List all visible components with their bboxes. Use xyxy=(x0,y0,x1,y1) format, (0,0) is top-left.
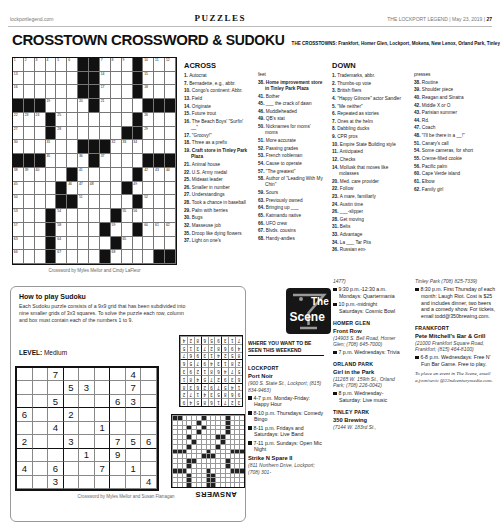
xw-cell-number: 28 xyxy=(57,127,61,131)
xw-cell-number: 56 xyxy=(133,209,137,213)
xw-cell xyxy=(111,168,122,182)
xw-cell: 58 xyxy=(56,223,67,237)
xw-cell xyxy=(182,434,187,439)
sudoku-cell: 6 xyxy=(201,336,208,344)
xw-cell xyxy=(177,463,182,468)
clue-line: 1. Autocrat xyxy=(184,73,250,79)
xw-cell: 35 xyxy=(46,154,57,168)
xw-cell xyxy=(239,453,244,458)
xw-cell xyxy=(78,72,89,86)
xw-cell xyxy=(225,439,230,444)
sudoku-cell: 5 xyxy=(228,352,235,360)
scene-column-1: LOCKPORTPort Noir(900 S. State St., Lock… xyxy=(248,360,324,476)
xw-cell xyxy=(133,237,144,251)
across-clue-list-1: 1. Autocrat7. Bernadette, e.g., abbr.10.… xyxy=(184,73,250,245)
square-bullet-icon xyxy=(333,351,337,355)
scene-venue: Front Row xyxy=(333,328,403,334)
xw-cell xyxy=(35,237,46,251)
xw-cell xyxy=(230,477,235,482)
xw-cell: 24 xyxy=(35,113,46,127)
xw-cell xyxy=(111,127,122,141)
xw-cell xyxy=(143,154,154,168)
xw-cell xyxy=(182,429,187,434)
scene-city: FRANKFORT xyxy=(415,325,499,331)
scene-addr: 1477) xyxy=(333,278,403,285)
xw-cell: 66 xyxy=(13,250,24,264)
sudoku-cell: 4 xyxy=(214,352,221,360)
xw-cell xyxy=(172,429,177,434)
xw-cell xyxy=(239,468,244,473)
sudoku-cell: 1 xyxy=(228,336,235,344)
xw-cell xyxy=(177,444,182,449)
xw-cell xyxy=(225,468,230,473)
clue-line: 49. QB's stat xyxy=(258,116,324,122)
sudoku-cell xyxy=(33,381,49,394)
xw-cell xyxy=(206,425,211,430)
xw-cell xyxy=(182,458,187,463)
sudoku-cell: 7 xyxy=(201,344,208,352)
sudoku-cell xyxy=(64,395,80,408)
xw-cell xyxy=(143,237,154,251)
xw-cell-number: 50 xyxy=(14,195,18,199)
clue-line: 53. French nobleman xyxy=(258,153,324,159)
clue-line: 11. Anticipated xyxy=(332,149,404,155)
xw-cell xyxy=(67,195,78,209)
page-number: 27 xyxy=(486,16,492,22)
xw-cell xyxy=(191,468,196,473)
sudoku-cell: 5 xyxy=(221,383,228,391)
square-bullet-icon xyxy=(248,396,252,400)
xw-cell-number: 10 xyxy=(144,58,148,62)
scene-event: 9:30 p.m.-12:30 a.m. Mondays: Quarterman… xyxy=(333,286,403,300)
down-clue-list-1: 1. Trademarks, abbr.2. Thumbs-up vote3. … xyxy=(332,73,404,254)
scene-tagline: WHERE YOU WANT TO BE SEEN THIS WEEKEND xyxy=(248,340,324,353)
sudoku-cell: 3 xyxy=(201,352,208,360)
square-bullet-icon xyxy=(333,392,337,396)
sudoku-cell: 9 xyxy=(214,336,221,344)
xw-cell-number: 63 xyxy=(14,237,18,241)
xw-cell: 13 xyxy=(13,72,24,86)
scene-event: 8 p.m. Wednesday-Saturday: Live music xyxy=(333,390,403,404)
xw-cell xyxy=(239,473,244,478)
xw-cell-number: 40 xyxy=(36,168,40,172)
clue-line: 40. Reagan and Sinatra xyxy=(414,95,494,101)
scene-event: 4-7 p.m. Monday-Friday: Happy Hour xyxy=(248,395,324,409)
xw-cell xyxy=(191,415,196,420)
xw-cell xyxy=(220,468,225,473)
xw-cell xyxy=(35,140,46,154)
xw-cell-number: 19 xyxy=(46,99,50,103)
xw-cell xyxy=(239,420,244,425)
xw-cell xyxy=(177,477,182,482)
xw-cell xyxy=(24,195,35,209)
xw-cell: 60 xyxy=(143,223,154,237)
xw-cell xyxy=(67,85,78,99)
xw-cell xyxy=(24,154,35,168)
xw-cell-number: 18 xyxy=(144,85,148,89)
xw-cell-number: 21 xyxy=(101,99,105,103)
sudoku-cell: 2 xyxy=(180,390,187,398)
clue-line: 7. Ones at the helm xyxy=(332,119,404,125)
xw-cell xyxy=(78,250,89,264)
xw-cell xyxy=(196,468,201,473)
xw-cell xyxy=(111,99,122,113)
xw-cell xyxy=(122,85,133,99)
scene-addr: Tinley Park (708) 825-7339) xyxy=(415,278,499,285)
xw-cell xyxy=(182,468,187,473)
xw-cell xyxy=(215,468,220,473)
sudoku-cell xyxy=(126,449,142,462)
sudoku-cell xyxy=(126,422,142,435)
sudoku-cell: 1 xyxy=(201,367,208,375)
xw-cell: 21 xyxy=(100,99,111,113)
sudoku-cell: 3 xyxy=(187,383,194,391)
xw-cell xyxy=(234,463,239,468)
sudoku-cell: 2 xyxy=(228,398,235,406)
crossword-solution-grid xyxy=(171,414,245,488)
scene-city: LOCKPORT xyxy=(248,365,324,371)
xw-cell xyxy=(220,444,225,449)
clue-line: 46. Muddleheaded xyxy=(258,109,324,115)
xw-cell xyxy=(239,434,244,439)
xw-cell xyxy=(201,468,206,473)
sudoku-cell xyxy=(110,408,126,421)
sudoku-cell xyxy=(48,408,64,421)
xw-cell xyxy=(201,420,206,425)
sudoku-cell: 2 xyxy=(208,344,215,352)
sudoku-cell: 4 xyxy=(126,368,142,381)
xw-cell xyxy=(35,99,46,113)
xw-cell: 48 xyxy=(89,182,100,196)
xw-cell-number: 2 xyxy=(25,58,27,62)
scene-event: 6-8 p.m. Wednesdays: Free N' Fun Bar Gam… xyxy=(415,354,499,368)
sudoku-cell: 3 xyxy=(64,435,80,448)
xw-cell xyxy=(239,482,244,487)
xw-cell-number: 30 xyxy=(14,140,18,144)
xw-cell xyxy=(201,415,206,420)
xw-cell xyxy=(239,463,244,468)
sudoku-cell: 4 xyxy=(194,375,201,383)
xw-cell-number: 27 xyxy=(14,127,18,131)
sudoku-cell: 3 xyxy=(126,395,142,408)
xw-cell xyxy=(177,458,182,463)
scene-addr: (7144 W. 183rd St., xyxy=(333,424,403,431)
sudoku-cell: 4 xyxy=(187,398,194,406)
clue-line: 56. Pacific palm xyxy=(414,164,494,170)
xw-cell xyxy=(111,237,122,251)
xw-cell xyxy=(154,154,165,168)
xw-cell xyxy=(186,468,191,473)
xw-cell xyxy=(191,477,196,482)
scene-event: 8:30 p.m. First Thursday of each month: … xyxy=(415,286,499,320)
sudoku-cell: 7 xyxy=(48,368,64,381)
xw-cell xyxy=(234,449,239,454)
xw-cell: 41 xyxy=(78,168,89,182)
xw-cell xyxy=(46,223,57,237)
xw-cell xyxy=(154,72,165,86)
clue-line: 65. Katmandu native xyxy=(258,213,324,219)
sudoku-cell xyxy=(17,368,33,381)
xw-cell-number: 42 xyxy=(144,168,148,172)
xw-cell-number: 8 xyxy=(112,58,114,62)
sudoku-cell: 1 xyxy=(79,449,95,462)
xw-cell: 33 xyxy=(122,140,133,154)
clue-line: 62. Family girl xyxy=(414,187,494,193)
sudoku-cell: 6 xyxy=(214,367,221,375)
scene-note: To place an event in The Scene, email a.… xyxy=(415,371,499,385)
xw-cell xyxy=(24,99,35,113)
xw-cell xyxy=(24,85,35,99)
xw-cell xyxy=(186,482,191,487)
xw-cell xyxy=(46,127,57,141)
xw-cell xyxy=(215,449,220,454)
sudoku-cell xyxy=(33,408,49,421)
xw-cell xyxy=(165,85,176,99)
headline-subtitle: & SUDOKU xyxy=(212,32,284,48)
xw-cell xyxy=(196,439,201,444)
sudoku-cell: 5 xyxy=(126,435,142,448)
xw-cell xyxy=(225,449,230,454)
xw-cell-number: 55 xyxy=(122,209,126,213)
xw-cell: 56 xyxy=(133,209,144,223)
xw-cell xyxy=(46,209,57,223)
xw-cell-number: 48 xyxy=(90,182,94,186)
clue-line: 26. ___-slipper xyxy=(332,209,404,215)
crossword-byline: Crossword by Myles Mellor and Cindy LaFl… xyxy=(12,268,177,273)
xw-cell xyxy=(122,99,133,113)
clue-line: 29. Palm with berries xyxy=(184,208,250,214)
clue-line: 51. Canary's call xyxy=(414,141,494,147)
xw-cell xyxy=(165,209,176,223)
xw-cell xyxy=(191,429,196,434)
xw-cell xyxy=(186,415,191,420)
xw-cell xyxy=(239,444,244,449)
xw-cell xyxy=(186,463,191,468)
xw-cell xyxy=(154,209,165,223)
clue-line: 58. Author of "Leading With My Chin" xyxy=(258,176,324,189)
xw-cell xyxy=(111,113,122,127)
xw-cell xyxy=(24,223,35,237)
xw-cell xyxy=(186,473,191,478)
xw-cell xyxy=(234,444,239,449)
xw-cell xyxy=(133,58,144,72)
xw-cell: 4 xyxy=(46,58,57,72)
sudoku-cell: 9 xyxy=(201,359,208,367)
xw-cell: 59 xyxy=(111,223,122,237)
xw-cell xyxy=(186,434,191,439)
xw-cell xyxy=(210,415,215,420)
xw-cell xyxy=(154,182,165,196)
scene-event: 10 p.m.-midnight Saturdays: Cosmic Bowl xyxy=(333,301,403,315)
sudoku-cell: 6 xyxy=(187,352,194,360)
xw-cell xyxy=(206,444,211,449)
xw-cell xyxy=(133,223,144,237)
xw-cell xyxy=(154,85,165,99)
xw-cell: 25 xyxy=(56,113,67,127)
xw-cell xyxy=(67,154,78,168)
xw-cell-number: 34 xyxy=(133,140,137,144)
xw-cell xyxy=(230,425,235,430)
xw-cell xyxy=(210,444,215,449)
sudoku-cell xyxy=(33,462,49,475)
xw-cell xyxy=(230,453,235,458)
level-value: Medium xyxy=(44,349,67,356)
xw-cell xyxy=(56,154,67,168)
clue-line: 44. Rd. xyxy=(414,118,494,124)
clue-line: 45. ___ the crack of dawn xyxy=(258,101,324,107)
xw-cell xyxy=(220,420,225,425)
xw-cell xyxy=(122,223,133,237)
xw-cell xyxy=(230,429,235,434)
xw-cell xyxy=(215,429,220,434)
xw-cell xyxy=(35,195,46,209)
xw-cell xyxy=(143,99,154,113)
sudoku-cell: 2 xyxy=(235,359,242,367)
xw-cell xyxy=(215,463,220,468)
xw-cell xyxy=(201,453,206,458)
xw-cell xyxy=(220,458,225,463)
logo-word-the: The xyxy=(311,296,329,307)
square-bullet-icon xyxy=(248,411,252,415)
xw-cell: 5 xyxy=(56,58,67,72)
sudoku-cell: 6 xyxy=(194,383,201,391)
clue-line: 48. "I'll be there in a __!" xyxy=(414,133,494,139)
sudoku-cell xyxy=(79,462,95,475)
xw-cell xyxy=(67,237,78,251)
xw-cell xyxy=(89,195,100,209)
clue-line: 14. Mollusk that moves like molasses xyxy=(332,165,404,178)
sudoku-cell xyxy=(79,368,95,381)
xw-cell-number: 38 xyxy=(14,168,18,172)
xw-cell-number: 39 xyxy=(25,168,29,172)
clue-line: 24. Austin time xyxy=(332,202,404,208)
xw-cell xyxy=(165,250,176,264)
xw-cell: 6 xyxy=(67,58,78,72)
sudoku-cell: 4 xyxy=(235,344,242,352)
section-title: PUZZLES xyxy=(195,13,247,23)
xw-cell xyxy=(239,439,244,444)
xw-cell xyxy=(206,458,211,463)
xw-cell: 15 xyxy=(143,72,154,86)
xw-cell: 45 xyxy=(13,182,24,196)
across-clues-column-2: feet38. Home improvement store in Tinley… xyxy=(258,72,324,244)
across-clue-list-2: feet38. Home improvement store in Tinley… xyxy=(258,72,324,242)
xw-cell xyxy=(172,439,177,444)
xw-cell xyxy=(100,127,111,141)
xw-cell xyxy=(215,425,220,430)
sudoku-cell xyxy=(141,462,157,475)
xw-cell xyxy=(191,420,196,425)
clue-line: 54. Some cameras, for short xyxy=(414,148,494,154)
square-bullet-icon xyxy=(333,303,337,307)
xw-cell-number: 61 xyxy=(155,223,159,227)
down-header: DOWN xyxy=(332,61,404,70)
scene-addr: (14903 S. Bell Road, Homer Glen; (708) 6… xyxy=(333,335,403,348)
xw-cell xyxy=(154,195,165,209)
xw-cell xyxy=(100,182,111,196)
clue-line: 13. Field xyxy=(184,96,250,102)
sudoku-cell xyxy=(79,476,95,489)
sudoku-cell xyxy=(95,449,111,462)
sudoku-cell: 1 xyxy=(208,352,215,360)
xw-cell-number: 7 xyxy=(101,58,103,62)
xw-cell xyxy=(220,434,225,439)
xw-cell xyxy=(111,195,122,209)
clue-line: 10. Empire State Building style xyxy=(332,142,404,148)
sudoku-cell: 2 xyxy=(64,408,80,421)
sudoku-cell xyxy=(64,462,80,475)
xw-cell xyxy=(24,209,35,223)
xw-cell-number: 45 xyxy=(14,182,18,186)
xw-cell xyxy=(196,463,201,468)
sudoku-cell: 9 xyxy=(235,390,242,398)
xw-cell xyxy=(100,237,111,251)
sudoku-cell: 9 xyxy=(228,344,235,352)
sudoku-cell xyxy=(33,395,49,408)
clue-line: 37. Light on one's xyxy=(184,238,250,244)
sudoku-cell: 6 xyxy=(221,344,228,352)
xw-cell xyxy=(172,468,177,473)
xw-cell xyxy=(165,113,176,127)
xw-cell xyxy=(100,209,111,223)
sudoku-cell: 2 xyxy=(214,375,221,383)
sudoku-cell xyxy=(126,408,142,421)
xw-cell xyxy=(186,458,191,463)
clue-line: 22. Follow xyxy=(332,186,404,192)
clue-line: 18. Three as a prefix xyxy=(184,140,250,146)
xw-cell xyxy=(234,482,239,487)
xw-cell xyxy=(206,477,211,482)
sudoku-cell: 8 xyxy=(187,375,194,383)
xw-cell xyxy=(225,458,230,463)
sudoku-cell: 6 xyxy=(17,408,33,421)
clue-line: 31. Belts xyxy=(332,224,404,230)
sudoku-cell: 6 xyxy=(48,462,64,475)
xw-cell-number: 65 xyxy=(122,237,126,241)
xw-cell: 9 xyxy=(122,58,133,72)
sudoku-cell xyxy=(33,368,49,381)
xw-cell xyxy=(201,434,206,439)
clue-line: 21. Animal house xyxy=(184,162,250,168)
site-url: lockportlegend.com xyxy=(10,16,53,22)
xw-cell xyxy=(172,453,177,458)
sudoku-cell xyxy=(33,476,49,489)
xw-cell xyxy=(230,420,235,425)
xw-cell xyxy=(210,473,215,478)
xw-cell xyxy=(234,453,239,458)
xw-cell xyxy=(201,458,206,463)
xw-cell xyxy=(186,453,191,458)
clue-line: 59. Sours xyxy=(258,190,324,196)
xw-cell xyxy=(230,449,235,454)
clue-line: 9. CPR pros xyxy=(332,134,404,140)
xw-cell xyxy=(133,250,144,264)
xw-cell xyxy=(177,473,182,478)
xw-cell xyxy=(206,434,211,439)
xw-cell xyxy=(196,444,201,449)
sudoku-cell xyxy=(64,422,80,435)
clue-line: 63. Previously owned xyxy=(258,198,324,204)
clue-line: 51. More accurate xyxy=(258,138,324,144)
xw-cell: 26 xyxy=(143,113,154,127)
martini-glass-icon: The Scene xyxy=(286,288,331,334)
xw-cell: 31 xyxy=(46,140,57,154)
scene-city: HOMER GLEN xyxy=(333,320,403,326)
xw-cell xyxy=(182,444,187,449)
clue-line: 6. Repeated as stories xyxy=(332,111,404,117)
xw-cell-number: 54 xyxy=(57,209,61,213)
xw-cell xyxy=(165,154,176,168)
